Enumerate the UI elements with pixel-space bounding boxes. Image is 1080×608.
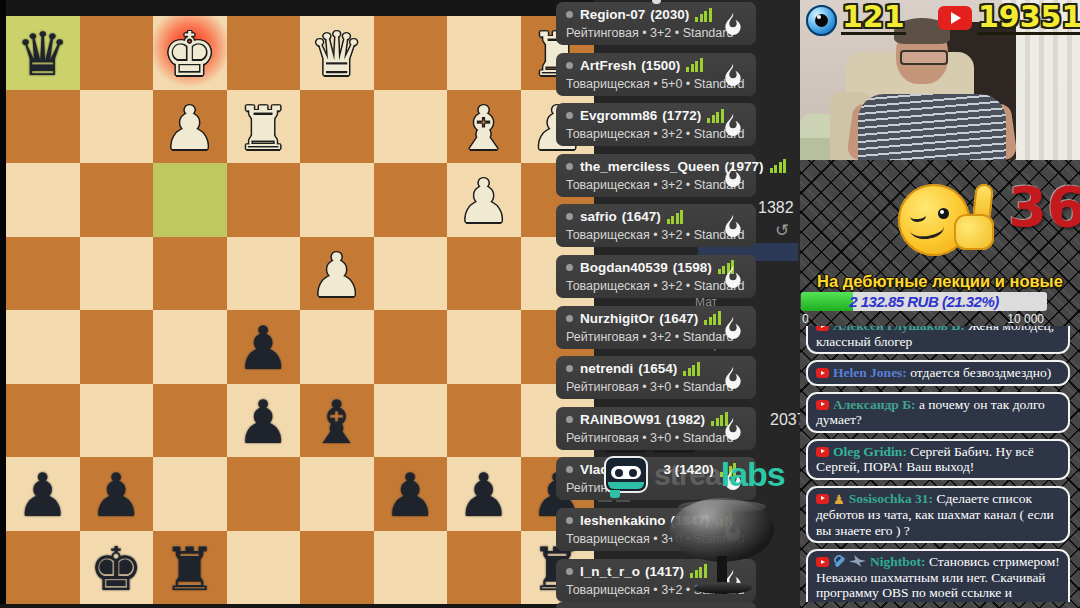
seek-card-NurzhigitOr[interactable]: NurzhigitOr(1647)Рейтинговая • 3+2 • Sta… — [556, 306, 756, 349]
square-f8[interactable]: ♜ — [153, 531, 227, 605]
youtube-badge-icon — [816, 326, 829, 331]
square-h6[interactable] — [6, 384, 80, 458]
chat-message: Александр Б: а почему он так долго думае… — [806, 392, 1070, 433]
white-pawn[interactable]: ♟ — [153, 90, 227, 164]
member-badge-icon: ♟ — [833, 492, 845, 508]
white-pawn[interactable]: ♟ — [300, 237, 374, 311]
black-pawn[interactable]: ♟ — [227, 384, 301, 458]
square-g8[interactable]: ♚ — [80, 531, 154, 605]
square-c5[interactable] — [374, 310, 448, 384]
seek-player-rating: (1500) — [641, 58, 680, 73]
stream-counters: 121 19351 — [800, 0, 1080, 40]
square-c2[interactable] — [374, 90, 448, 164]
square-h5[interactable] — [6, 310, 80, 384]
goal-min-label: 0 — [802, 312, 809, 326]
square-f3[interactable] — [153, 163, 227, 237]
seek-player-name: Region-07 — [580, 7, 645, 22]
square-e4[interactable] — [227, 237, 301, 311]
square-h2[interactable] — [6, 90, 80, 164]
status-dot — [566, 163, 573, 170]
square-c8[interactable] — [374, 531, 448, 605]
square-b4[interactable] — [447, 237, 521, 311]
square-g7[interactable]: ♟ — [80, 457, 154, 531]
streamer-torso — [858, 94, 1006, 160]
youtube-badge-icon — [816, 557, 829, 567]
chat-message: Алексей Глушаков В: Женя молодец, классн… — [806, 326, 1070, 354]
seek-game-details: Рейтинговая • 3+0 • Standard — [566, 380, 746, 394]
square-d6[interactable]: ♝ — [300, 384, 374, 458]
seek-player-name: the_merciless_Queen — [580, 159, 720, 174]
black-pawn[interactable]: ♟ — [80, 457, 154, 531]
white-queen[interactable]: ♛ — [300, 16, 374, 90]
seek-player-name: NurzhigitOr — [580, 311, 654, 326]
square-c1[interactable] — [374, 16, 448, 90]
square-f5[interactable] — [153, 310, 227, 384]
square-e1[interactable] — [227, 16, 301, 90]
seek-player-rating: (1598) — [673, 260, 712, 275]
square-b5[interactable] — [447, 310, 521, 384]
white-king[interactable]: ♚ — [153, 16, 227, 90]
flame-icon — [720, 161, 746, 191]
square-c4[interactable] — [374, 237, 448, 311]
streamlabs-text-faint: strea — [654, 458, 721, 492]
seek-player-rating: (1647) — [622, 209, 661, 224]
seek-player-name: Evgromm86 — [580, 108, 657, 123]
chat-author: Sosisochka 31: — [849, 491, 937, 506]
signal-bars-icon — [686, 58, 703, 72]
seek-game-details: Рейтинговая • 3+0 • Standard — [566, 431, 746, 445]
square-b6[interactable] — [447, 384, 521, 458]
seek-player-rating: (1647) — [659, 311, 698, 326]
square-d2[interactable] — [300, 90, 374, 164]
seek-player-rating: (1772) — [662, 108, 701, 123]
square-f1[interactable]: ♚ — [153, 16, 227, 90]
youtube-badge-icon — [816, 447, 829, 457]
status-dot — [566, 416, 573, 423]
square-c3[interactable] — [374, 163, 448, 237]
seek-card-safrio[interactable]: safrio(1647)Товарищеская • 3+2 • Standar… — [556, 204, 756, 247]
square-e7[interactable] — [227, 457, 301, 531]
square-d3[interactable] — [300, 163, 374, 237]
chat-message: Oleg Gridin: Сергей Бабич. Ну всё Сергей… — [806, 439, 1070, 480]
square-h8[interactable] — [6, 531, 80, 605]
square-e8[interactable] — [227, 531, 301, 605]
status-dot — [566, 466, 573, 473]
seek-card-the_merciless_Queen[interactable]: the_merciless_Queen(1977)Товарищеская • … — [556, 154, 756, 197]
square-g3[interactable] — [80, 163, 154, 237]
chess-board[interactable]: ♛♚♛♜♟♜♝♟♟♟♟♟♝♟♟♟♟♟♚♜♜ — [6, 16, 594, 604]
black-pawn[interactable]: ♟ — [227, 310, 301, 384]
flame-icon — [720, 110, 746, 140]
chat-author: Helen Jones: — [833, 365, 910, 380]
signal-bars-icon — [704, 311, 721, 325]
streamer-glasses — [900, 50, 948, 65]
square-h4[interactable] — [6, 237, 80, 311]
square-g4[interactable] — [80, 237, 154, 311]
flame-icon — [720, 313, 746, 343]
seek-player-name: netrendi — [580, 361, 633, 376]
status-dot — [566, 365, 573, 372]
black-rook[interactable]: ♜ — [153, 531, 227, 605]
seek-card-RAINBOW91[interactable]: RAINBOW91(1982)Рейтинговая • 3+0 • Stand… — [556, 407, 756, 450]
square-b7[interactable]: ♟ — [447, 457, 521, 531]
signal-bars-icon — [683, 362, 700, 376]
seek-game-details: Товарищеская • 3+2 • Standard — [566, 178, 746, 192]
square-e2[interactable]: ♜ — [227, 90, 301, 164]
square-d5[interactable] — [300, 310, 374, 384]
seek-player-name: leshenkakino — [580, 513, 666, 528]
signal-bars-icon — [770, 159, 787, 173]
status-dot — [566, 11, 573, 18]
donation-progress-bar: 2 132.85 RUB (21.32%) — [801, 292, 1047, 311]
square-d8[interactable] — [300, 531, 374, 605]
square-e6[interactable]: ♟ — [227, 384, 301, 458]
square-c6[interactable] — [374, 384, 448, 458]
seek-player-name: ArtFresh — [580, 58, 636, 73]
donation-widget: 36 На дебютные лекции и новые обзоры 2 1… — [800, 158, 1080, 326]
streamlabs-watermark: strealabs — [604, 455, 785, 494]
flame-icon — [720, 262, 746, 292]
seek-card-Evgromm86[interactable]: Evgromm86(1772)Товарищеская • 3+2 • Stan… — [556, 103, 756, 146]
square-f2[interactable]: ♟ — [153, 90, 227, 164]
subscriber-count: 19351 — [977, 2, 1080, 35]
signal-bars-icon — [667, 210, 684, 224]
moderator-wrench-icon — [833, 555, 846, 568]
goal-max-label: 10 000 — [1007, 312, 1044, 326]
youtube-badge-icon — [816, 368, 829, 378]
chat-author: Александр Б: — [833, 397, 919, 412]
flame-icon — [720, 211, 746, 241]
status-dot — [566, 568, 573, 575]
square-g1[interactable] — [80, 16, 154, 90]
status-dot — [566, 517, 573, 524]
black-bishop[interactable]: ♝ — [300, 384, 374, 458]
chat-author: Oleg Gridin: — [833, 444, 910, 459]
status-dot — [566, 112, 573, 119]
viewers-eye-icon — [806, 5, 837, 36]
thumbsup-hand — [952, 186, 1006, 256]
seek-player-rating: (2030) — [650, 7, 689, 22]
likes-count: 36 — [1008, 174, 1080, 239]
square-g5[interactable] — [80, 310, 154, 384]
signal-bars-icon — [695, 8, 712, 22]
board-bottom-band — [0, 604, 600, 608]
square-e5[interactable]: ♟ — [227, 310, 301, 384]
square-g2[interactable] — [80, 90, 154, 164]
square-b2[interactable]: ♝ — [447, 90, 521, 164]
flame-icon — [720, 363, 746, 393]
status-dot — [566, 62, 573, 69]
seek-game-details: Товарищеская • 3+2 • Standard — [566, 228, 746, 242]
chat-text: отдается безвоздмездно) — [910, 365, 1051, 380]
player-rating-fragment: 1382 — [758, 199, 794, 217]
youtube-badge-icon — [816, 400, 829, 410]
seek-player-name: Bogdan40539 — [580, 260, 668, 275]
square-f6[interactable] — [153, 384, 227, 458]
seek-game-details: Товарищеская • 5+0 • Standard — [566, 77, 746, 91]
square-h3[interactable] — [6, 163, 80, 237]
chat-author: Алексей Глушаков В: — [833, 326, 968, 333]
chat-panel: Алексей Глушаков В: Женя молодец, классн… — [800, 326, 1080, 602]
square-e3[interactable] — [227, 163, 301, 237]
seek-card-ArtFresh[interactable]: ArtFresh(1500)Товарищеская • 5+0 • Stand… — [556, 53, 756, 96]
chat-message: Nightbot: Становись стримером! Неважно ш… — [806, 549, 1070, 602]
seek-player-rating: (1982) — [666, 412, 705, 427]
stream-screen: ♛♚♛♜♟♜♝♟♟♟♟♟♝♟♟♟♟♟♚♜♜ 1382 ↺ Мат ВЕРАЦИИ… — [0, 0, 1080, 608]
overlay-column: 121 19351 36 На дебютные лекции и новые … — [800, 0, 1080, 608]
youtube-badge-icon — [816, 494, 829, 504]
white-pawn[interactable]: ♟ — [447, 163, 521, 237]
chat-author: Nightbot: — [870, 554, 929, 569]
takeback-icon[interactable]: ↺ — [775, 220, 789, 241]
flame-icon — [720, 60, 746, 90]
flame-icon — [720, 9, 746, 39]
seek-card-Bogdan40539[interactable]: Bogdan40539(1598)Товарищеская • 3+2 • St… — [556, 255, 756, 298]
status-dot — [566, 213, 573, 220]
seek-card-partial[interactable] — [556, 602, 756, 608]
seek-card-Region-07[interactable]: Region-07(2030)Рейтинговая • 3+2 • Stand… — [556, 2, 756, 45]
seek-card-netrendi[interactable]: netrendi(1654)Рейтинговая • 3+0 • Standa… — [556, 356, 756, 399]
streamlabs-text: labs — [721, 455, 785, 494]
white-bishop[interactable]: ♝ — [447, 90, 521, 164]
status-dot — [566, 315, 573, 322]
square-c7[interactable]: ♟ — [374, 457, 448, 531]
white-rook[interactable]: ♜ — [227, 90, 301, 164]
square-d1[interactable]: ♛ — [300, 16, 374, 90]
seek-player-name: RAINBOW91 — [580, 412, 661, 427]
viewer-count: 121 — [841, 2, 906, 35]
seek-game-details: Товарищеская • 3+2 • Standard — [566, 127, 746, 141]
youtube-icon — [938, 6, 972, 30]
donation-progress-text: 2 132.85 RUB (21.32%) — [801, 292, 1047, 311]
chat-message: ♟Sosisochka 31: Сделаете список дебютов … — [806, 486, 1070, 544]
square-b1[interactable] — [447, 16, 521, 90]
black-pawn[interactable]: ♟ — [447, 457, 521, 531]
seek-game-details: Рейтинговая • 3+2 • Standard — [566, 330, 746, 344]
square-b8[interactable] — [447, 531, 521, 605]
square-d4[interactable]: ♟ — [300, 237, 374, 311]
chat-message: Helen Jones: отдается безвоздмездно) — [806, 360, 1070, 386]
black-pawn[interactable]: ♟ — [374, 457, 448, 531]
seek-game-details: Рейтинговая • 3+2 • Standard — [566, 26, 746, 40]
seek-player-name: safrio — [580, 209, 617, 224]
flame-icon — [720, 414, 746, 444]
nightbot-icon — [849, 555, 866, 567]
square-f4[interactable] — [153, 237, 227, 311]
square-h1[interactable]: ♛ — [6, 16, 80, 90]
square-d7[interactable] — [300, 457, 374, 531]
seek-player-rating: (1654) — [638, 361, 677, 376]
black-queen[interactable]: ♛ — [6, 16, 80, 90]
square-b3[interactable]: ♟ — [447, 163, 521, 237]
square-g6[interactable] — [80, 384, 154, 458]
streamlabs-logo-icon — [604, 456, 648, 493]
seek-game-details: Товарищеская • 3+2 • Standard — [566, 279, 746, 293]
black-king[interactable]: ♚ — [80, 531, 154, 605]
square-h7[interactable]: ♟ — [6, 457, 80, 531]
status-dot — [566, 264, 573, 271]
square-f7[interactable] — [153, 457, 227, 531]
cognac-glass-image — [668, 498, 778, 602]
seek-player-name: I_n_t_r_o — [580, 564, 640, 579]
board-top-band — [0, 0, 600, 16]
black-pawn[interactable]: ♟ — [6, 457, 80, 531]
